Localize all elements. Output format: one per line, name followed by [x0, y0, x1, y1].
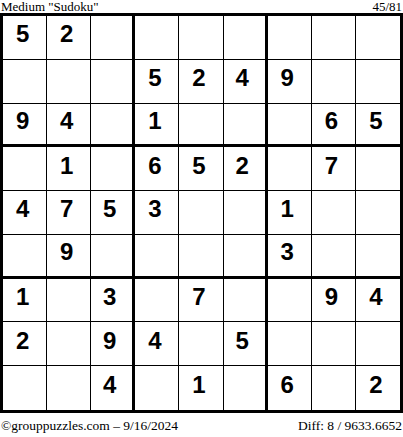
cell-r6c2[interactable]: 9 — [47, 235, 91, 279]
given-digit: 3 — [103, 283, 116, 311]
footer: ©grouppuzzles.com – 9/16/2024 Diff: 8 / … — [0, 413, 403, 437]
cell-r1c4[interactable] — [135, 16, 179, 60]
cell-r7c6[interactable] — [224, 279, 268, 323]
cell-r6c9[interactable] — [356, 235, 400, 279]
cell-r5c6[interactable] — [224, 191, 268, 235]
cell-r9c3[interactable]: 4 — [91, 366, 135, 410]
cell-r2c5[interactable]: 2 — [179, 60, 223, 104]
given-digit: 7 — [60, 195, 73, 223]
given-digit: 1 — [16, 283, 29, 311]
cell-r3c3[interactable] — [91, 104, 135, 148]
cell-r7c1[interactable]: 1 — [3, 279, 47, 323]
sudoku-page: Medium "Sudoku" 45/81 525249941651652747… — [0, 0, 403, 437]
cell-r3c8[interactable]: 6 — [312, 104, 356, 148]
given-digit: 4 — [16, 195, 29, 223]
cell-r5c1[interactable]: 4 — [3, 191, 47, 235]
cell-r9c9[interactable]: 2 — [356, 366, 400, 410]
cell-r6c3[interactable] — [91, 235, 135, 279]
puzzle-title: Medium "Sudoku" — [1, 0, 99, 13]
cell-r6c8[interactable] — [312, 235, 356, 279]
cell-r8c1[interactable]: 2 — [3, 322, 47, 366]
cell-r3c4[interactable]: 1 — [135, 104, 179, 148]
cell-r2c7[interactable]: 9 — [268, 60, 312, 104]
given-digit: 2 — [16, 327, 29, 355]
given-digit: 6 — [281, 371, 294, 399]
cell-r5c4[interactable]: 3 — [135, 191, 179, 235]
cell-r5c8[interactable] — [312, 191, 356, 235]
cell-r6c1[interactable] — [3, 235, 47, 279]
given-digit: 9 — [103, 327, 116, 355]
cell-r1c9[interactable] — [356, 16, 400, 60]
cell-r2c3[interactable] — [91, 60, 135, 104]
cell-r8c3[interactable]: 9 — [91, 322, 135, 366]
copyright-text: ©grouppuzzles.com – 9/16/2024 — [1, 418, 178, 434]
cell-r1c5[interactable] — [179, 16, 223, 60]
given-digit: 5 — [235, 327, 248, 355]
cell-r8c6[interactable]: 5 — [224, 322, 268, 366]
given-digit: 5 — [16, 20, 29, 48]
cell-r7c9[interactable]: 4 — [356, 279, 400, 323]
cell-r7c3[interactable]: 3 — [91, 279, 135, 323]
cell-r4c3[interactable] — [91, 147, 135, 191]
cell-r2c9[interactable] — [356, 60, 400, 104]
cell-r2c4[interactable]: 5 — [135, 60, 179, 104]
given-digit: 4 — [60, 107, 73, 135]
cell-r8c7[interactable] — [268, 322, 312, 366]
cell-r6c5[interactable] — [179, 235, 223, 279]
given-digit: 4 — [235, 64, 248, 92]
empty-cell-counter: 45/81 — [372, 0, 402, 13]
cell-r7c2[interactable] — [47, 279, 91, 323]
cell-r4c4[interactable]: 6 — [135, 147, 179, 191]
cell-r8c4[interactable]: 4 — [135, 322, 179, 366]
sudoku-board: 525249941651652747531931379429454162 — [0, 13, 403, 413]
cell-r3c1[interactable]: 9 — [3, 104, 47, 148]
given-digit: 3 — [281, 238, 294, 266]
cell-r5c5[interactable] — [179, 191, 223, 235]
given-digit: 1 — [192, 371, 205, 399]
cell-r2c8[interactable] — [312, 60, 356, 104]
cell-r3c6[interactable] — [224, 104, 268, 148]
cell-r1c8[interactable] — [312, 16, 356, 60]
header: Medium "Sudoku" 45/81 — [0, 0, 403, 13]
cell-r4c8[interactable]: 7 — [312, 147, 356, 191]
given-digit: 1 — [281, 195, 294, 223]
given-digit: 2 — [235, 152, 248, 180]
cell-r5c7[interactable]: 1 — [268, 191, 312, 235]
cell-r3c5[interactable] — [179, 104, 223, 148]
given-digit: 9 — [325, 283, 338, 311]
cell-r4c6[interactable]: 2 — [224, 147, 268, 191]
cell-r9c1[interactable] — [3, 366, 47, 410]
cell-r8c5[interactable] — [179, 322, 223, 366]
given-digit: 1 — [60, 152, 73, 180]
given-digit: 4 — [103, 371, 116, 399]
cell-r9c2[interactable] — [47, 366, 91, 410]
cell-r9c7[interactable]: 6 — [268, 366, 312, 410]
cell-r8c9[interactable] — [356, 322, 400, 366]
cell-r2c6[interactable]: 4 — [224, 60, 268, 104]
cell-r4c5[interactable]: 5 — [179, 147, 223, 191]
cell-r7c5[interactable]: 7 — [179, 279, 223, 323]
cell-r5c9[interactable] — [356, 191, 400, 235]
cell-r9c4[interactable] — [135, 366, 179, 410]
cell-r1c2[interactable]: 2 — [47, 16, 91, 60]
cell-r2c2[interactable] — [47, 60, 91, 104]
cell-r1c3[interactable] — [91, 16, 135, 60]
given-digit: 7 — [192, 283, 205, 311]
cell-r9c8[interactable] — [312, 366, 356, 410]
cell-r6c6[interactable] — [224, 235, 268, 279]
cell-r6c4[interactable] — [135, 235, 179, 279]
given-digit: 2 — [60, 20, 73, 48]
cell-r1c7[interactable] — [268, 16, 312, 60]
cell-r6c7[interactable]: 3 — [268, 235, 312, 279]
given-digit: 9 — [60, 238, 73, 266]
cell-r4c9[interactable] — [356, 147, 400, 191]
given-digit: 4 — [369, 283, 382, 311]
cell-r9c5[interactable]: 1 — [179, 366, 223, 410]
given-digit: 5 — [148, 64, 161, 92]
given-digit: 5 — [103, 195, 116, 223]
given-digit: 5 — [369, 107, 382, 135]
given-digit: 4 — [148, 327, 161, 355]
cell-r4c2[interactable]: 1 — [47, 147, 91, 191]
cell-r9c6[interactable] — [224, 366, 268, 410]
cell-r4c1[interactable] — [3, 147, 47, 191]
given-digit: 2 — [192, 64, 205, 92]
difficulty-text: Diff: 8 / 9633.6652 — [298, 418, 402, 434]
cell-r5c3[interactable]: 5 — [91, 191, 135, 235]
cell-r4c7[interactable] — [268, 147, 312, 191]
cell-r3c7[interactable] — [268, 104, 312, 148]
cell-r7c8[interactable]: 9 — [312, 279, 356, 323]
given-digit: 1 — [148, 107, 161, 135]
cell-r2c1[interactable] — [3, 60, 47, 104]
cell-r1c1[interactable]: 5 — [3, 16, 47, 60]
cell-r8c8[interactable] — [312, 322, 356, 366]
cell-r8c2[interactable] — [47, 322, 91, 366]
cell-r1c6[interactable] — [224, 16, 268, 60]
cell-r7c4[interactable] — [135, 279, 179, 323]
cell-r3c9[interactable]: 5 — [356, 104, 400, 148]
given-digit: 6 — [325, 107, 338, 135]
given-digit: 9 — [16, 107, 29, 135]
cell-r3c2[interactable]: 4 — [47, 104, 91, 148]
cell-r5c2[interactable]: 7 — [47, 191, 91, 235]
given-digit: 2 — [369, 371, 382, 399]
given-digit: 7 — [325, 152, 338, 180]
given-digit: 6 — [148, 152, 161, 180]
given-digit: 3 — [148, 195, 161, 223]
given-digit: 5 — [192, 152, 205, 180]
cell-r7c7[interactable] — [268, 279, 312, 323]
given-digit: 9 — [281, 64, 294, 92]
